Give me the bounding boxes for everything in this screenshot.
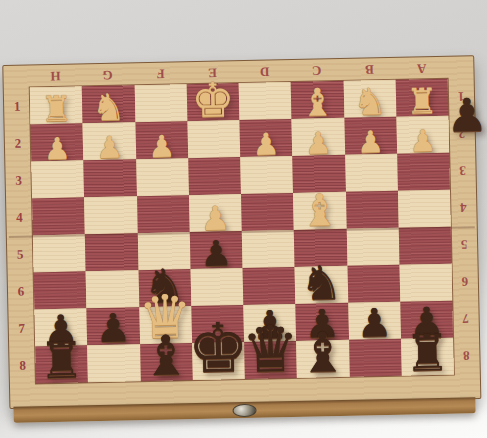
square-a1: ♜ — [395, 79, 448, 117]
square-d2: ♟ — [239, 119, 292, 157]
square-c4: ♝ — [293, 192, 346, 230]
square-h5 — [33, 234, 86, 272]
square-f3 — [136, 158, 189, 196]
square-b4 — [345, 191, 398, 229]
square-h3 — [31, 160, 84, 198]
rank-label-left-5: 5 — [7, 235, 34, 273]
square-b1: ♞ — [343, 80, 396, 118]
square-f6: ♞ — [138, 269, 191, 307]
rank-label-left-8: 8 — [9, 346, 36, 384]
square-e5: ♟ — [190, 231, 243, 269]
file-label-top-B: B — [343, 60, 396, 80]
rank-label-left-4: 4 — [6, 198, 33, 236]
white-knight: ♞ — [92, 88, 126, 126]
black-pawn: ♟ — [409, 302, 445, 342]
square-b2: ♟ — [344, 117, 397, 155]
square-f1 — [134, 84, 187, 122]
square-d4 — [241, 193, 294, 231]
square-c2: ♟ — [292, 118, 345, 156]
rank-label-right-7: 7 — [452, 300, 479, 338]
square-a2: ♟ — [396, 116, 449, 154]
file-label-top-F: F — [134, 64, 187, 84]
white-pawn: ♟ — [43, 134, 71, 165]
file-label-bottom-A: A — [403, 433, 456, 438]
metal-clasp-icon — [232, 404, 256, 417]
square-c1: ♝ — [291, 81, 344, 119]
square-h2: ♟ — [31, 123, 84, 161]
square-f5 — [137, 232, 190, 270]
square-d5 — [242, 230, 295, 268]
file-label-top-D: D — [238, 62, 291, 82]
rank-label-right-4: 4 — [450, 189, 477, 227]
square-d8: ♛ — [244, 341, 297, 379]
chess-board: HGFEDCBA HGFEDCBA 12345678 12345678 ♜♞♚♝… — [2, 55, 481, 409]
square-g3 — [84, 159, 137, 197]
square-f2: ♟ — [135, 121, 188, 159]
square-d7: ♟ — [243, 304, 296, 342]
captured-black-pawn: ♟ — [446, 92, 487, 139]
square-a4 — [398, 190, 451, 228]
file-label-top-E: E — [186, 63, 239, 83]
square-d3 — [240, 156, 293, 194]
black-knight: ♞ — [143, 262, 186, 310]
rank-label-left-1: 1 — [4, 87, 31, 125]
square-a6 — [399, 264, 452, 302]
rank-label-right-3: 3 — [449, 152, 476, 190]
black-pawn: ♟ — [95, 308, 131, 348]
square-c7: ♟ — [296, 303, 349, 341]
white-pawn: ♟ — [96, 133, 124, 164]
white-knight: ♞ — [353, 83, 387, 121]
file-label-bottom-B: B — [351, 434, 404, 438]
square-h6 — [34, 271, 87, 309]
square-c3 — [292, 155, 345, 193]
white-pawn: ♟ — [357, 127, 385, 158]
rank-label-left-3: 3 — [5, 161, 32, 199]
square-g7: ♟ — [87, 307, 140, 345]
white-bishop: ♝ — [300, 188, 340, 233]
white-pawn: ♟ — [305, 128, 333, 159]
square-c5 — [294, 229, 347, 267]
square-d1 — [239, 82, 292, 120]
square-e7 — [191, 305, 244, 343]
square-g6 — [86, 270, 139, 308]
square-e3 — [188, 157, 241, 195]
square-g1: ♞ — [82, 85, 135, 123]
square-f7: ♛ — [139, 306, 192, 344]
white-rook: ♜ — [40, 92, 72, 128]
square-e6 — [190, 268, 243, 306]
square-g2: ♟ — [83, 122, 136, 160]
black-pawn: ♟ — [304, 304, 340, 344]
square-a7: ♟ — [400, 301, 453, 339]
square-b7: ♟ — [348, 302, 401, 340]
square-g8 — [87, 344, 140, 382]
square-g4 — [84, 196, 137, 234]
white-pawn: ♟ — [252, 129, 280, 160]
square-f8: ♝ — [140, 343, 193, 381]
square-a8: ♜ — [401, 338, 454, 376]
square-h7: ♟ — [34, 308, 87, 346]
file-label-top-A: A — [395, 59, 448, 79]
square-a3 — [397, 153, 450, 191]
square-a5 — [399, 227, 452, 265]
board-tilt-wrapper: HGFEDCBA HGFEDCBA 12345678 12345678 ♜♞♚♝… — [0, 0, 487, 438]
black-knight: ♞ — [300, 259, 343, 307]
rank-label-right-8: 8 — [453, 337, 480, 375]
black-pawn: ♟ — [356, 303, 392, 343]
square-c6: ♞ — [295, 266, 348, 304]
white-rook: ♜ — [406, 84, 438, 120]
square-e1: ♚ — [186, 83, 239, 121]
rank-label-left-7: 7 — [8, 309, 35, 347]
square-b3 — [345, 154, 398, 192]
square-b8 — [349, 339, 402, 377]
square-b6 — [347, 265, 400, 303]
photo-scene: HGFEDCBA HGFEDCBA 12345678 12345678 ♜♞♚♝… — [0, 0, 487, 438]
file-label-top-H: H — [29, 66, 82, 86]
square-h8: ♜ — [35, 345, 88, 383]
white-pawn: ♟ — [200, 201, 230, 235]
rank-label-left-6: 6 — [8, 272, 35, 310]
square-d6 — [243, 267, 296, 305]
white-pawn: ♟ — [409, 126, 437, 157]
white-pawn: ♟ — [148, 131, 176, 162]
square-h1: ♜ — [30, 86, 83, 124]
square-g5 — [85, 233, 138, 271]
rank-label-right-5: 5 — [451, 226, 478, 264]
file-label-top-C: C — [291, 61, 344, 81]
square-f4 — [137, 195, 190, 233]
square-e2 — [187, 120, 240, 158]
file-label-top-G: G — [82, 65, 135, 85]
square-b5 — [346, 228, 399, 266]
white-bishop: ♝ — [300, 83, 335, 122]
square-h4 — [32, 197, 85, 235]
rank-label-left-2: 2 — [5, 124, 32, 162]
black-pawn: ♟ — [252, 305, 288, 345]
black-pawn: ♟ — [200, 236, 232, 272]
file-labels-bottom: HGFEDCBA — [37, 433, 455, 438]
square-e8: ♚ — [192, 342, 245, 380]
black-pawn: ♟ — [43, 309, 79, 349]
square-c8: ♝ — [296, 340, 349, 378]
rank-label-right-6: 6 — [452, 263, 479, 301]
square-e4: ♟ — [189, 194, 242, 232]
